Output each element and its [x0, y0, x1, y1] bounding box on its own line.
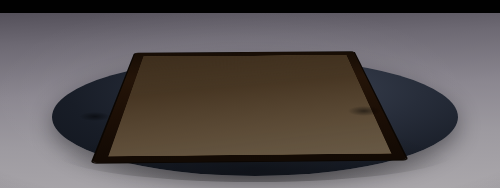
- film-still-stage: [0, 0, 500, 188]
- letterbox-top-bar: [0, 0, 500, 13]
- captured-black-pawn-shadow: [348, 106, 380, 116]
- board-grid: [108, 55, 391, 156]
- board-light-overlay: [108, 55, 391, 156]
- captured-white-pawn-shadow: [80, 112, 110, 121]
